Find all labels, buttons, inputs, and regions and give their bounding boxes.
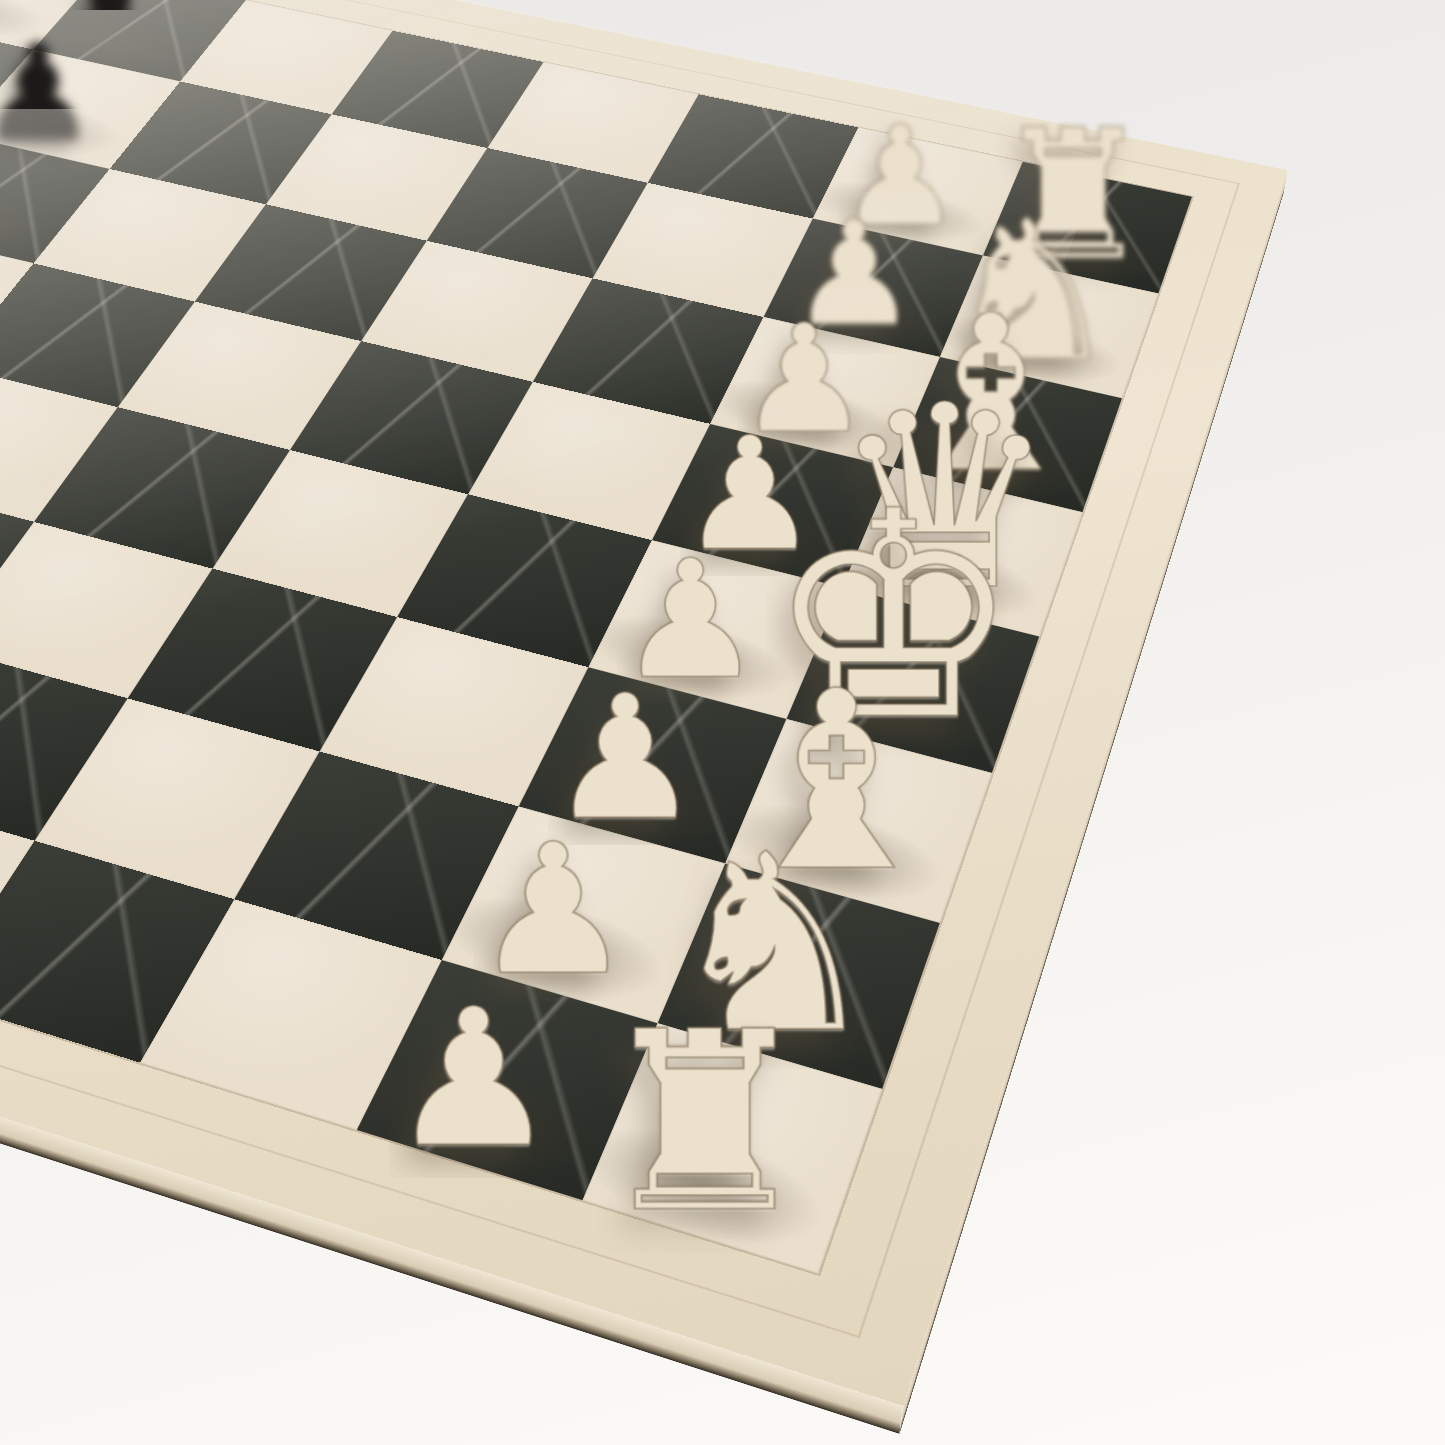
chess-photo-frame: ♜♟♟♜♞♟♟♞♝♟♟♝♛♟♟♛♚♟♟♚♝♟♟♝♞♟♟♞♜♟♟♜ <box>0 0 1445 1445</box>
board-grid: ♜♟♟♜♞♟♟♞♝♟♟♝♛♟♟♛♚♟♟♚♝♟♟♝♞♟♟♞♜♟♟♜ <box>0 0 1192 1273</box>
chess-board: ♜♟♟♜♞♟♟♞♝♟♟♝♛♟♟♛♚♟♟♚♝♟♟♝♞♟♟♞♜♟♟♜ <box>0 0 1288 1406</box>
piece-white-rook-h1[interactable]: ♜ <box>594 1005 816 1240</box>
piece-white-pawn-h2[interactable]: ♟ <box>389 988 559 1168</box>
square-h1[interactable]: ♜ <box>583 1023 883 1273</box>
piece-black-pawn-c7[interactable]: ♟ <box>0 118 22 249</box>
scene: ♜♟♟♜♞♟♟♞♝♟♟♝♛♟♟♛♚♟♟♚♝♟♟♝♞♟♟♞♜♟♟♜ <box>0 0 1445 1445</box>
